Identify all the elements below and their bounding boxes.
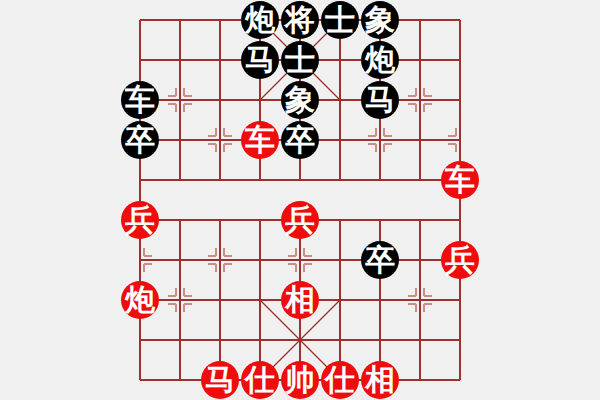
piece-black-soldier[interactable]: 卒 xyxy=(121,121,159,159)
xiangqi-board: 炮将士象马士炮车象马卒卒卒车车兵兵兵炮相马仕帅仕相 xyxy=(0,0,600,400)
piece-black-advisor[interactable]: 士 xyxy=(321,1,359,39)
piece-red-advisor[interactable]: 仕 xyxy=(241,361,279,399)
piece-black-chariot[interactable]: 车 xyxy=(121,81,159,119)
piece-red-chariot[interactable]: 车 xyxy=(441,161,479,199)
piece-red-advisor[interactable]: 仕 xyxy=(321,361,359,399)
piece-black-elephant[interactable]: 象 xyxy=(361,1,399,39)
piece-black-elephant[interactable]: 象 xyxy=(281,81,319,119)
piece-red-cannon[interactable]: 炮 xyxy=(121,281,159,319)
piece-black-cannon[interactable]: 炮 xyxy=(241,1,279,39)
piece-red-general[interactable]: 帅 xyxy=(281,361,319,399)
piece-black-soldier[interactable]: 卒 xyxy=(361,241,399,279)
piece-red-horse[interactable]: 马 xyxy=(201,361,239,399)
piece-red-chariot[interactable]: 车 xyxy=(241,121,279,159)
piece-red-soldier[interactable]: 兵 xyxy=(121,201,159,239)
piece-red-elephant[interactable]: 相 xyxy=(281,281,319,319)
piece-black-general[interactable]: 将 xyxy=(281,1,319,39)
piece-black-soldier[interactable]: 卒 xyxy=(281,121,319,159)
piece-black-horse[interactable]: 马 xyxy=(361,81,399,119)
piece-black-advisor[interactable]: 士 xyxy=(281,41,319,79)
piece-black-horse[interactable]: 马 xyxy=(241,41,279,79)
piece-black-cannon[interactable]: 炮 xyxy=(361,41,399,79)
piece-red-soldier[interactable]: 兵 xyxy=(441,241,479,279)
piece-red-elephant[interactable]: 相 xyxy=(361,361,399,399)
piece-red-soldier[interactable]: 兵 xyxy=(281,201,319,239)
piece-layer: 炮将士象马士炮车象马卒卒卒车车兵兵兵炮相马仕帅仕相 xyxy=(120,0,480,400)
